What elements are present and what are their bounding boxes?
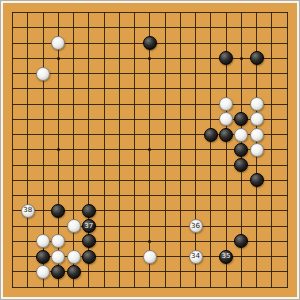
stone-white <box>219 112 233 126</box>
stone-white-move-36: 36 <box>189 219 203 233</box>
stone-white-move-38: 38 <box>21 204 35 218</box>
star-point <box>148 148 151 151</box>
stone-black-move-37: 37 <box>82 219 96 233</box>
star-point <box>57 57 60 60</box>
stone-black <box>82 204 96 218</box>
stone-white <box>51 36 65 50</box>
go-board[interactable]: 3837363435 <box>3 3 297 297</box>
stone-white <box>234 128 248 142</box>
stone-white <box>67 250 81 264</box>
stone-white <box>51 234 65 248</box>
stone-white <box>143 250 157 264</box>
stone-white <box>67 219 81 233</box>
stone-black <box>234 234 248 248</box>
go-board-frame: 3837363435 <box>0 0 300 300</box>
stone-black <box>234 112 248 126</box>
stone-black <box>250 51 264 65</box>
stone-white <box>250 112 264 126</box>
star-point <box>148 240 151 243</box>
stone-white <box>250 97 264 111</box>
stone-black <box>143 36 157 50</box>
stone-layer: 3837363435 <box>5 5 295 295</box>
stone-white <box>250 143 264 157</box>
star-point <box>148 57 151 60</box>
star-point <box>57 148 60 151</box>
stone-white <box>36 67 50 81</box>
stone-black <box>234 158 248 172</box>
stone-black <box>82 234 96 248</box>
stone-black <box>36 250 50 264</box>
stone-white-move-34: 34 <box>189 250 203 264</box>
stone-white <box>219 97 233 111</box>
stone-black <box>250 173 264 187</box>
star-point <box>240 57 243 60</box>
stone-white <box>51 250 65 264</box>
stone-white <box>250 128 264 142</box>
stone-black-move-35: 35 <box>219 250 233 264</box>
stone-black <box>51 265 65 279</box>
stone-black <box>204 128 218 142</box>
stone-white <box>36 234 50 248</box>
stone-black <box>51 204 65 218</box>
stone-black <box>219 51 233 65</box>
stone-black <box>67 265 81 279</box>
stone-white <box>36 265 50 279</box>
stone-black <box>234 143 248 157</box>
stone-black <box>219 128 233 142</box>
stone-black <box>82 250 96 264</box>
